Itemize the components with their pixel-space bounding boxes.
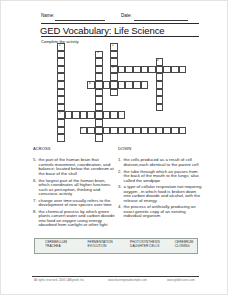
- grid-cell[interactable]: [80, 111, 88, 119]
- grid-cell[interactable]: [110, 89, 118, 97]
- grid-cell[interactable]: [103, 127, 111, 135]
- clue-number: 2.: [118, 169, 122, 174]
- grid-cell[interactable]: [125, 81, 133, 89]
- grid-cell[interactable]: [163, 66, 171, 74]
- grid-cell[interactable]: [57, 104, 65, 112]
- grid-cell[interactable]: 8: [80, 127, 88, 135]
- grid-cell[interactable]: [57, 134, 65, 142]
- clue-text: the chemical process by which green plan…: [39, 209, 115, 227]
- clue-number: 8.: [33, 209, 37, 214]
- clue-number-in-cell: 4: [157, 59, 159, 62]
- grid-cell[interactable]: [103, 111, 111, 119]
- grid-cell[interactable]: [57, 96, 65, 104]
- grid-cell[interactable]: [156, 104, 164, 112]
- grid-cell[interactable]: [57, 89, 65, 97]
- grid-cell[interactable]: [57, 127, 65, 135]
- grid-cell[interactable]: [141, 66, 149, 74]
- grid-cell[interactable]: [87, 111, 95, 119]
- word-bank-entry: TRACHEA: [45, 244, 87, 248]
- clue-number: 5.: [33, 158, 37, 163]
- clue-number-in-cell: 6: [89, 82, 91, 85]
- grid-cell[interactable]: [133, 127, 141, 135]
- grid-cell[interactable]: [103, 81, 111, 89]
- clue-item: 3.a type of cellular respiration not req…: [118, 185, 202, 203]
- grid-cell[interactable]: [95, 89, 103, 97]
- clue-number: 7.: [33, 198, 37, 203]
- word-bank-entry: EVOLUTION: [88, 244, 130, 248]
- grid-cell[interactable]: [156, 96, 164, 104]
- footer-rule: [32, 276, 199, 277]
- down-clues-section: DOWN 1.the cells produced as a result of…: [118, 146, 229, 295]
- footer-copyright: All rights reserved. 2006 CASyweb, Inc.: [34, 278, 85, 281]
- grid-cell[interactable]: [95, 58, 103, 66]
- clue-text: the tube through which air passes from t…: [123, 169, 198, 183]
- grid-cell[interactable]: 4: [156, 58, 164, 66]
- grid-cell[interactable]: [148, 66, 156, 74]
- clue-item: 5.the part of the human brain that contr…: [33, 158, 115, 176]
- grid-cell[interactable]: [118, 66, 126, 74]
- grid-cell[interactable]: [156, 127, 164, 135]
- grid-cell[interactable]: [148, 127, 156, 135]
- crossword-grid: 12345678: [57, 43, 189, 143]
- grid-cell[interactable]: [156, 73, 164, 81]
- grid-cell[interactable]: 2: [110, 43, 118, 51]
- grid-cell[interactable]: [118, 111, 126, 119]
- grid-cell[interactable]: [95, 119, 103, 127]
- grid-cell[interactable]: [57, 66, 65, 74]
- clue-number-in-cell: 7: [59, 112, 61, 115]
- clue-number-in-cell: 2: [112, 44, 114, 47]
- grid-cell[interactable]: [179, 127, 187, 135]
- grid-cell[interactable]: [110, 111, 118, 119]
- grid-cell[interactable]: [95, 96, 103, 104]
- clue-item: 7.change over time;usually refers to the…: [33, 198, 115, 207]
- grid-cell[interactable]: 7: [57, 111, 65, 119]
- footer-url-center: www.learningmadesimple.com: [108, 278, 147, 281]
- grid-cell[interactable]: 6: [87, 81, 95, 89]
- grid-cell[interactable]: [110, 81, 118, 89]
- grid-cell[interactable]: [95, 81, 103, 89]
- clue-number-in-cell: 8: [81, 127, 83, 130]
- grid-cell[interactable]: [133, 81, 141, 89]
- clue-number-in-cell: 3: [97, 51, 99, 54]
- header-rule-top: [41, 23, 199, 24]
- grid-cell[interactable]: [110, 127, 118, 135]
- grid-cell[interactable]: [156, 81, 164, 89]
- page-title: GED Vocabulary: Life Science: [40, 25, 164, 36]
- clue-number: 1.: [118, 158, 122, 163]
- grid-cell[interactable]: [156, 66, 164, 74]
- word-bank: CEREBELLUMFERMENTATIONPHOTOSYNTHESISCERE…: [34, 238, 198, 254]
- worksheet-page: Name: Date: GED Vocabulary: Life Science…: [0, 0, 228, 295]
- grid-cell[interactable]: [72, 111, 80, 119]
- header-rule-bottom: [41, 36, 199, 37]
- grid-cell[interactable]: [171, 127, 179, 135]
- grid-cell[interactable]: [57, 119, 65, 127]
- grid-cell[interactable]: [110, 73, 118, 81]
- grid-cell[interactable]: [156, 89, 164, 97]
- grid-cell[interactable]: [95, 127, 103, 135]
- clue-item: 4.the process of artificially producing …: [118, 205, 202, 219]
- clue-number: 6.: [33, 178, 37, 183]
- grid-cell[interactable]: 3: [95, 51, 103, 59]
- grid-cell[interactable]: 1: [57, 43, 65, 51]
- word-bank-entry: DAUGHTER CELLS: [130, 244, 175, 248]
- name-fill-line[interactable]: [55, 20, 105, 21]
- clue-text: a type of cellular respiration not requi…: [123, 184, 201, 202]
- grid-cell[interactable]: [179, 66, 187, 74]
- grid-cell[interactable]: [95, 66, 103, 74]
- footer-url-right: www.gedlessons.com: [167, 278, 195, 281]
- grid-cell[interactable]: [125, 66, 133, 74]
- grid-cell[interactable]: [95, 111, 103, 119]
- grid-cell[interactable]: [110, 51, 118, 59]
- grid-cell[interactable]: [95, 134, 103, 142]
- grid-cell[interactable]: [125, 127, 133, 135]
- grid-cell[interactable]: [57, 73, 65, 81]
- date-label: Date:: [121, 13, 132, 18]
- grid-cell[interactable]: [141, 81, 149, 89]
- grid-cell[interactable]: [95, 73, 103, 81]
- clue-item: 1.the cells produced as a result of cell…: [118, 158, 202, 167]
- grid-cell[interactable]: [95, 104, 103, 112]
- grid-cell[interactable]: [133, 66, 141, 74]
- word-bank-entry: CLONING: [175, 244, 207, 248]
- clue-number: 3.: [118, 185, 122, 190]
- clue-text: the largest part of the human brain, whi…: [39, 178, 110, 196]
- across-header: ACROSS: [33, 146, 119, 151]
- grid-cell[interactable]: [118, 81, 126, 89]
- clue-text: the process of artificially producing an…: [123, 204, 195, 218]
- clue-item: 2.the tube through which air passes from…: [118, 169, 202, 183]
- grid-cell[interactable]: [87, 127, 95, 135]
- grid-cell[interactable]: [110, 58, 118, 66]
- grid-cell[interactable]: [141, 127, 149, 135]
- grid-cell[interactable]: [57, 51, 65, 59]
- clue-number-in-cell: 1: [59, 44, 61, 47]
- grid-cell[interactable]: [65, 111, 73, 119]
- clue-text: the cells produced as a result of cell d…: [123, 158, 198, 167]
- grid-cell[interactable]: [163, 127, 171, 135]
- clue-item: 8.the chemical process by which green pl…: [33, 209, 115, 227]
- grid-cell[interactable]: [171, 66, 179, 74]
- grid-cell[interactable]: 5: [110, 66, 118, 74]
- date-fill-line[interactable]: [134, 20, 188, 21]
- grid-cell[interactable]: [57, 81, 65, 89]
- grid-cell[interactable]: [57, 58, 65, 66]
- clue-item: 6.the largest part of the human brain, w…: [33, 178, 115, 196]
- down-header: DOWN: [118, 146, 206, 151]
- name-label: Name:: [41, 13, 54, 18]
- clue-text: the part of the human brain that control…: [39, 158, 114, 176]
- clue-text: change over time;usually refers to the d…: [39, 198, 112, 207]
- grid-cell[interactable]: [118, 127, 126, 135]
- clue-number: 4.: [118, 205, 122, 210]
- clue-number-in-cell: 5: [112, 66, 114, 69]
